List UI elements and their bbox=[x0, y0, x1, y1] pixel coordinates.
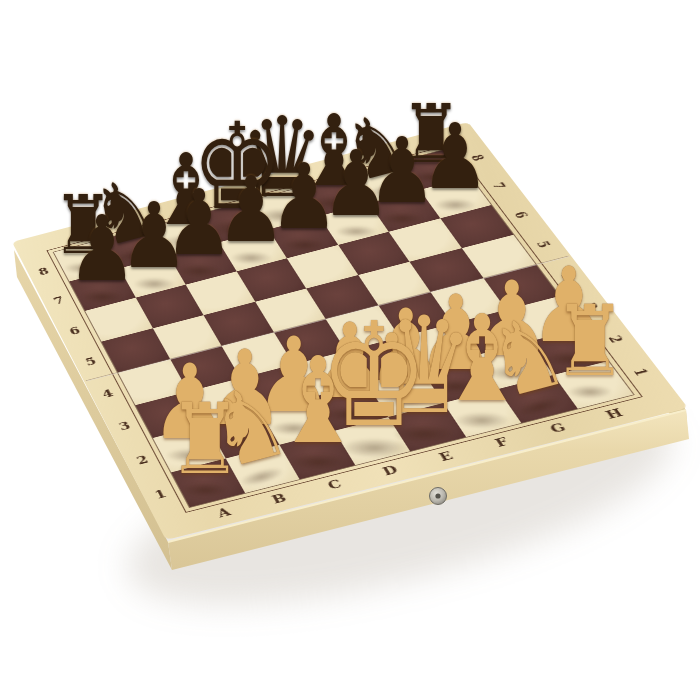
file-label-e: E bbox=[437, 450, 455, 463]
rank-label-right-2: 2 bbox=[606, 334, 626, 344]
rank-label-right-7: 7 bbox=[490, 181, 508, 190]
file-label-h: H bbox=[603, 407, 624, 420]
rank-label-right-6: 6 bbox=[512, 210, 530, 219]
rank-label-right-1: 1 bbox=[631, 367, 651, 377]
file-label-c: C bbox=[326, 478, 344, 491]
rank-label-right-8: 8 bbox=[469, 153, 487, 162]
file-label-f: F bbox=[493, 436, 510, 448]
file-label-g: G bbox=[548, 422, 568, 435]
rank-label-left-2: 2 bbox=[135, 454, 150, 466]
file-label-d: D bbox=[381, 464, 400, 477]
chess-set-photo: 8765432187654321ABCDEFGH ♜♞♝♚♛♝♞♜♟♟♟♟♟♟♟… bbox=[0, 0, 700, 700]
rank-label-left-7: 7 bbox=[52, 295, 66, 306]
rank-label-right-3: 3 bbox=[581, 302, 600, 312]
rank-label-left-1: 1 bbox=[153, 488, 168, 500]
rank-label-left-3: 3 bbox=[117, 420, 132, 432]
rank-label-left-5: 5 bbox=[84, 356, 98, 367]
file-label-b: B bbox=[270, 492, 288, 505]
rank-label-left-4: 4 bbox=[100, 388, 114, 399]
file-label-a: A bbox=[216, 506, 233, 519]
rank-label-left-8: 8 bbox=[37, 266, 50, 276]
rank-label-left-6: 6 bbox=[68, 325, 82, 336]
latch-screw bbox=[430, 488, 447, 505]
rank-label-right-4: 4 bbox=[558, 270, 577, 280]
rank-label-right-5: 5 bbox=[535, 240, 554, 249]
